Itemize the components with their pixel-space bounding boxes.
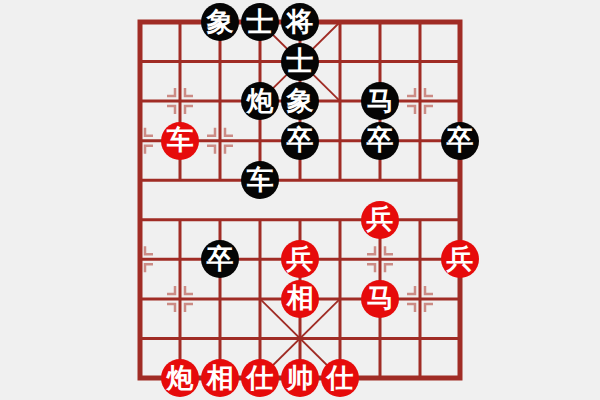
piece-red-soldier[interactable]: 兵 bbox=[361, 201, 399, 239]
point-marker bbox=[185, 304, 193, 312]
point-marker bbox=[385, 264, 393, 272]
piece-red-elephant[interactable]: 相 bbox=[201, 359, 239, 397]
point-marker bbox=[385, 246, 393, 254]
point-marker bbox=[167, 286, 175, 294]
piece-black-general[interactable]: 将 bbox=[281, 3, 319, 41]
point-marker bbox=[225, 128, 233, 136]
piece-black-soldier[interactable]: 卒 bbox=[281, 122, 319, 160]
piece-red-general[interactable]: 帅 bbox=[281, 359, 319, 397]
piece-black-elephant[interactable]: 象 bbox=[281, 82, 319, 120]
piece-red-chariot[interactable]: 车 bbox=[161, 122, 199, 160]
point-marker bbox=[145, 128, 153, 136]
piece-black-cannon[interactable]: 炮 bbox=[241, 82, 279, 120]
piece-red-advisor[interactable]: 仕 bbox=[321, 359, 359, 397]
point-marker bbox=[407, 106, 415, 114]
point-marker bbox=[185, 106, 193, 114]
point-marker bbox=[207, 146, 215, 154]
point-marker bbox=[367, 246, 375, 254]
point-marker bbox=[225, 146, 233, 154]
point-marker bbox=[425, 304, 433, 312]
piece-black-soldier[interactable]: 卒 bbox=[201, 240, 239, 278]
point-marker bbox=[185, 88, 193, 96]
point-marker bbox=[425, 106, 433, 114]
point-marker bbox=[167, 88, 175, 96]
piece-red-cannon[interactable]: 炮 bbox=[161, 359, 199, 397]
point-marker bbox=[425, 88, 433, 96]
piece-black-advisor[interactable]: 士 bbox=[241, 3, 279, 41]
piece-red-soldier[interactable]: 兵 bbox=[441, 240, 479, 278]
point-marker bbox=[145, 264, 153, 272]
piece-black-soldier[interactable]: 卒 bbox=[361, 122, 399, 160]
piece-red-horse[interactable]: 马 bbox=[361, 280, 399, 318]
piece-red-elephant[interactable]: 相 bbox=[281, 280, 319, 318]
point-marker bbox=[425, 286, 433, 294]
piece-black-horse[interactable]: 马 bbox=[361, 82, 399, 120]
point-marker bbox=[185, 286, 193, 294]
point-marker bbox=[407, 304, 415, 312]
piece-black-soldier[interactable]: 卒 bbox=[441, 122, 479, 160]
point-marker bbox=[407, 286, 415, 294]
point-marker bbox=[167, 304, 175, 312]
point-marker bbox=[207, 128, 215, 136]
point-marker bbox=[367, 264, 375, 272]
piece-black-elephant[interactable]: 象 bbox=[201, 3, 239, 41]
piece-black-chariot[interactable]: 车 bbox=[241, 161, 279, 199]
piece-red-soldier[interactable]: 兵 bbox=[281, 240, 319, 278]
point-marker bbox=[145, 146, 153, 154]
point-marker bbox=[407, 88, 415, 96]
point-marker bbox=[167, 106, 175, 114]
piece-black-advisor[interactable]: 士 bbox=[281, 43, 319, 81]
piece-red-advisor[interactable]: 仕 bbox=[241, 359, 279, 397]
point-marker bbox=[145, 246, 153, 254]
xiangqi-app: 象士将士炮象马车卒卒卒车兵卒兵兵相马炮相仕帅仕 bbox=[0, 0, 600, 400]
